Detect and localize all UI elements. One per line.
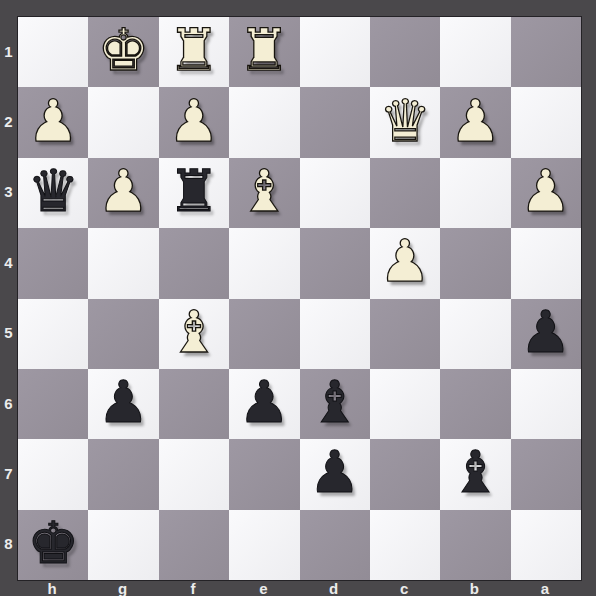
piece-black-bishop: ♝ (309, 373, 361, 431)
square-b7[interactable]: ♝ (440, 439, 510, 509)
piece-black-king: ♚ (27, 514, 79, 572)
square-g5[interactable] (88, 299, 158, 369)
square-g4[interactable] (88, 228, 158, 298)
square-d7[interactable]: ♟ (300, 439, 370, 509)
square-e1[interactable]: ♜ (229, 17, 299, 87)
square-g3[interactable]: ♟ (88, 158, 158, 228)
square-f7[interactable] (159, 439, 229, 509)
file-label-c: c (369, 580, 439, 596)
piece-white-pawn: ♟ (168, 92, 220, 150)
square-f5[interactable]: ♝ (159, 299, 229, 369)
rank-label-1: 1 (0, 16, 17, 86)
square-c1[interactable] (370, 17, 440, 87)
square-b4[interactable] (440, 228, 510, 298)
square-b6[interactable] (440, 369, 510, 439)
rank-label-6: 6 (0, 368, 17, 438)
rank-label-5: 5 (0, 298, 17, 368)
square-f3[interactable]: ♜ (159, 158, 229, 228)
square-e8[interactable] (229, 510, 299, 580)
square-c3[interactable] (370, 158, 440, 228)
piece-white-king: ♚ (98, 21, 150, 79)
chess-board-widget: ♚♜♜♟♟♛♟♛♟♜♝♟♟♝♟♟♟♝♟♝♚ 12345678 hgfedcba (0, 0, 596, 596)
square-a4[interactable] (511, 228, 581, 298)
square-c7[interactable] (370, 439, 440, 509)
rank-label-2: 2 (0, 86, 17, 156)
square-f6[interactable] (159, 369, 229, 439)
square-b2[interactable]: ♟ (440, 87, 510, 157)
square-h8[interactable]: ♚ (18, 510, 88, 580)
square-g2[interactable] (88, 87, 158, 157)
file-label-b: b (439, 580, 509, 596)
piece-white-bishop: ♝ (168, 303, 220, 361)
file-label-g: g (87, 580, 157, 596)
square-e2[interactable] (229, 87, 299, 157)
piece-black-queen: ♛ (27, 162, 79, 220)
piece-white-pawn: ♟ (520, 162, 572, 220)
square-h3[interactable]: ♛ (18, 158, 88, 228)
square-a3[interactable]: ♟ (511, 158, 581, 228)
square-a7[interactable] (511, 439, 581, 509)
square-b3[interactable] (440, 158, 510, 228)
piece-white-rook: ♜ (238, 21, 290, 79)
square-c4[interactable]: ♟ (370, 228, 440, 298)
square-a5[interactable]: ♟ (511, 299, 581, 369)
square-e3[interactable]: ♝ (229, 158, 299, 228)
rank-label-7: 7 (0, 438, 17, 508)
rank-label-3: 3 (0, 157, 17, 227)
square-d8[interactable] (300, 510, 370, 580)
square-f1[interactable]: ♜ (159, 17, 229, 87)
square-d6[interactable]: ♝ (300, 369, 370, 439)
piece-black-pawn: ♟ (238, 373, 290, 431)
square-h6[interactable] (18, 369, 88, 439)
piece-black-bishop: ♝ (449, 443, 501, 501)
rank-label-8: 8 (0, 509, 17, 579)
square-b5[interactable] (440, 299, 510, 369)
file-label-f: f (158, 580, 228, 596)
piece-white-queen: ♛ (379, 92, 431, 150)
piece-white-pawn: ♟ (27, 92, 79, 150)
square-h7[interactable] (18, 439, 88, 509)
square-e4[interactable] (229, 228, 299, 298)
file-label-a: a (510, 580, 580, 596)
square-g7[interactable] (88, 439, 158, 509)
piece-black-pawn: ♟ (309, 443, 361, 501)
square-g8[interactable] (88, 510, 158, 580)
file-label-e: e (228, 580, 298, 596)
square-a8[interactable] (511, 510, 581, 580)
square-e6[interactable]: ♟ (229, 369, 299, 439)
square-e7[interactable] (229, 439, 299, 509)
piece-black-pawn: ♟ (520, 303, 572, 361)
square-c2[interactable]: ♛ (370, 87, 440, 157)
piece-white-pawn: ♟ (379, 232, 431, 290)
square-d3[interactable] (300, 158, 370, 228)
square-a1[interactable] (511, 17, 581, 87)
square-g1[interactable]: ♚ (88, 17, 158, 87)
piece-white-rook: ♜ (168, 21, 220, 79)
square-c6[interactable] (370, 369, 440, 439)
piece-black-rook: ♜ (168, 162, 220, 220)
square-b8[interactable] (440, 510, 510, 580)
piece-white-pawn: ♟ (98, 162, 150, 220)
square-c8[interactable] (370, 510, 440, 580)
piece-white-pawn: ♟ (449, 92, 501, 150)
square-a2[interactable] (511, 87, 581, 157)
square-h4[interactable] (18, 228, 88, 298)
square-d5[interactable] (300, 299, 370, 369)
square-f8[interactable] (159, 510, 229, 580)
square-h5[interactable] (18, 299, 88, 369)
chess-board: ♚♜♜♟♟♛♟♛♟♜♝♟♟♝♟♟♟♝♟♝♚ (17, 16, 582, 581)
square-f4[interactable] (159, 228, 229, 298)
piece-white-bishop: ♝ (238, 162, 290, 220)
piece-black-pawn: ♟ (98, 373, 150, 431)
square-c5[interactable] (370, 299, 440, 369)
square-a6[interactable] (511, 369, 581, 439)
square-h1[interactable] (18, 17, 88, 87)
square-g6[interactable]: ♟ (88, 369, 158, 439)
square-d1[interactable] (300, 17, 370, 87)
square-d4[interactable] (300, 228, 370, 298)
square-f2[interactable]: ♟ (159, 87, 229, 157)
square-d2[interactable] (300, 87, 370, 157)
square-e5[interactable] (229, 299, 299, 369)
square-b1[interactable] (440, 17, 510, 87)
file-label-d: d (299, 580, 369, 596)
square-h2[interactable]: ♟ (18, 87, 88, 157)
file-label-h: h (17, 580, 87, 596)
rank-label-4: 4 (0, 227, 17, 297)
